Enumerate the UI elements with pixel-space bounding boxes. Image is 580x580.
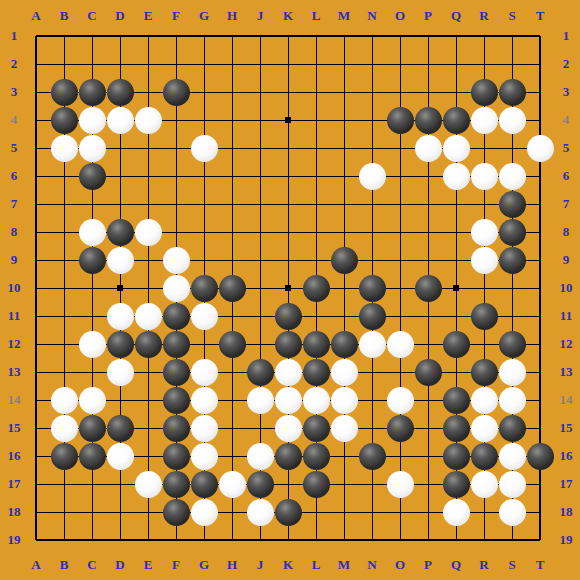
intersection-M3[interactable] [330, 78, 358, 106]
intersection-A11[interactable] [22, 302, 50, 330]
intersection-O6[interactable] [386, 162, 414, 190]
intersection-S13[interactable] [498, 358, 526, 386]
intersection-J7[interactable] [246, 190, 274, 218]
intersection-A13[interactable] [22, 358, 50, 386]
intersection-L7[interactable] [302, 190, 330, 218]
intersection-K4[interactable] [274, 106, 302, 134]
intersection-Q18[interactable] [442, 498, 470, 526]
intersection-F3[interactable] [162, 78, 190, 106]
intersection-M11[interactable] [330, 302, 358, 330]
intersection-L16[interactable] [302, 442, 330, 470]
intersection-S15[interactable] [498, 414, 526, 442]
intersection-P7[interactable] [414, 190, 442, 218]
intersection-Q1[interactable] [442, 22, 470, 50]
intersection-T19[interactable] [526, 526, 554, 554]
intersection-L6[interactable] [302, 162, 330, 190]
intersection-T11[interactable] [526, 302, 554, 330]
intersection-T2[interactable] [526, 50, 554, 78]
intersection-S10[interactable] [498, 274, 526, 302]
intersection-G12[interactable] [190, 330, 218, 358]
intersection-N10[interactable] [358, 274, 386, 302]
intersection-E2[interactable] [134, 50, 162, 78]
intersection-L4[interactable] [302, 106, 330, 134]
intersection-M13[interactable] [330, 358, 358, 386]
intersection-P2[interactable] [414, 50, 442, 78]
intersection-Q19[interactable] [442, 526, 470, 554]
intersection-D6[interactable] [106, 162, 134, 190]
intersection-C3[interactable] [78, 78, 106, 106]
intersection-E12[interactable] [134, 330, 162, 358]
intersection-B14[interactable] [50, 386, 78, 414]
intersection-C12[interactable] [78, 330, 106, 358]
intersection-R1[interactable] [470, 22, 498, 50]
intersection-J19[interactable] [246, 526, 274, 554]
intersection-D9[interactable] [106, 246, 134, 274]
intersection-Q7[interactable] [442, 190, 470, 218]
intersection-K7[interactable] [274, 190, 302, 218]
intersection-R6[interactable] [470, 162, 498, 190]
intersection-D19[interactable] [106, 526, 134, 554]
intersection-D2[interactable] [106, 50, 134, 78]
intersection-J18[interactable] [246, 498, 274, 526]
intersection-H6[interactable] [218, 162, 246, 190]
intersection-H11[interactable] [218, 302, 246, 330]
intersection-D17[interactable] [106, 470, 134, 498]
intersection-J13[interactable] [246, 358, 274, 386]
intersection-K15[interactable] [274, 414, 302, 442]
intersection-Q15[interactable] [442, 414, 470, 442]
intersection-C11[interactable] [78, 302, 106, 330]
intersection-R12[interactable] [470, 330, 498, 358]
intersection-Q9[interactable] [442, 246, 470, 274]
intersection-Q6[interactable] [442, 162, 470, 190]
intersection-O13[interactable] [386, 358, 414, 386]
intersection-N1[interactable] [358, 22, 386, 50]
intersection-A17[interactable] [22, 470, 50, 498]
intersection-D5[interactable] [106, 134, 134, 162]
intersection-M12[interactable] [330, 330, 358, 358]
intersection-Q4[interactable] [442, 106, 470, 134]
intersection-O10[interactable] [386, 274, 414, 302]
intersection-J12[interactable] [246, 330, 274, 358]
intersection-S3[interactable] [498, 78, 526, 106]
intersection-H13[interactable] [218, 358, 246, 386]
intersection-N7[interactable] [358, 190, 386, 218]
intersection-S17[interactable] [498, 470, 526, 498]
intersection-P13[interactable] [414, 358, 442, 386]
intersection-M5[interactable] [330, 134, 358, 162]
intersection-S2[interactable] [498, 50, 526, 78]
intersection-C16[interactable] [78, 442, 106, 470]
intersection-N6[interactable] [358, 162, 386, 190]
intersection-L8[interactable] [302, 218, 330, 246]
intersection-J17[interactable] [246, 470, 274, 498]
intersection-L19[interactable] [302, 526, 330, 554]
intersection-B12[interactable] [50, 330, 78, 358]
intersection-M16[interactable] [330, 442, 358, 470]
intersection-O4[interactable] [386, 106, 414, 134]
intersection-J1[interactable] [246, 22, 274, 50]
intersection-A10[interactable] [22, 274, 50, 302]
intersection-B19[interactable] [50, 526, 78, 554]
intersection-C2[interactable] [78, 50, 106, 78]
intersection-R17[interactable] [470, 470, 498, 498]
intersection-B2[interactable] [50, 50, 78, 78]
intersection-Q13[interactable] [442, 358, 470, 386]
intersection-A6[interactable] [22, 162, 50, 190]
intersection-E7[interactable] [134, 190, 162, 218]
intersection-M9[interactable] [330, 246, 358, 274]
intersection-P17[interactable] [414, 470, 442, 498]
intersection-D13[interactable] [106, 358, 134, 386]
intersection-J2[interactable] [246, 50, 274, 78]
intersection-E9[interactable] [134, 246, 162, 274]
intersection-T9[interactable] [526, 246, 554, 274]
intersection-K14[interactable] [274, 386, 302, 414]
intersection-G3[interactable] [190, 78, 218, 106]
intersection-T6[interactable] [526, 162, 554, 190]
intersection-N3[interactable] [358, 78, 386, 106]
intersection-J10[interactable] [246, 274, 274, 302]
intersection-A16[interactable] [22, 442, 50, 470]
intersection-O1[interactable] [386, 22, 414, 50]
intersection-H5[interactable] [218, 134, 246, 162]
intersection-D8[interactable] [106, 218, 134, 246]
intersection-G9[interactable] [190, 246, 218, 274]
intersection-K12[interactable] [274, 330, 302, 358]
intersection-D7[interactable] [106, 190, 134, 218]
intersection-L3[interactable] [302, 78, 330, 106]
intersection-T8[interactable] [526, 218, 554, 246]
intersection-O16[interactable] [386, 442, 414, 470]
intersection-M7[interactable] [330, 190, 358, 218]
intersection-P11[interactable] [414, 302, 442, 330]
intersection-M14[interactable] [330, 386, 358, 414]
intersection-H10[interactable] [218, 274, 246, 302]
intersection-F19[interactable] [162, 526, 190, 554]
intersection-R15[interactable] [470, 414, 498, 442]
intersection-S16[interactable] [498, 442, 526, 470]
intersection-G7[interactable] [190, 190, 218, 218]
intersection-B11[interactable] [50, 302, 78, 330]
intersection-N14[interactable] [358, 386, 386, 414]
intersection-F18[interactable] [162, 498, 190, 526]
intersection-J4[interactable] [246, 106, 274, 134]
intersection-F14[interactable] [162, 386, 190, 414]
intersection-O2[interactable] [386, 50, 414, 78]
intersection-P9[interactable] [414, 246, 442, 274]
intersection-H16[interactable] [218, 442, 246, 470]
intersection-H2[interactable] [218, 50, 246, 78]
intersection-H15[interactable] [218, 414, 246, 442]
intersection-O12[interactable] [386, 330, 414, 358]
intersection-N8[interactable] [358, 218, 386, 246]
intersection-K6[interactable] [274, 162, 302, 190]
intersection-B3[interactable] [50, 78, 78, 106]
intersection-T14[interactable] [526, 386, 554, 414]
intersection-H9[interactable] [218, 246, 246, 274]
intersection-Q16[interactable] [442, 442, 470, 470]
intersection-D16[interactable] [106, 442, 134, 470]
intersection-A1[interactable] [22, 22, 50, 50]
intersection-O3[interactable] [386, 78, 414, 106]
intersection-F8[interactable] [162, 218, 190, 246]
intersection-A18[interactable] [22, 498, 50, 526]
intersection-K11[interactable] [274, 302, 302, 330]
intersection-F17[interactable] [162, 470, 190, 498]
intersection-D14[interactable] [106, 386, 134, 414]
intersection-J9[interactable] [246, 246, 274, 274]
intersection-T17[interactable] [526, 470, 554, 498]
intersection-M10[interactable] [330, 274, 358, 302]
intersection-T4[interactable] [526, 106, 554, 134]
intersection-D12[interactable] [106, 330, 134, 358]
intersection-K18[interactable] [274, 498, 302, 526]
intersection-N13[interactable] [358, 358, 386, 386]
intersection-Q5[interactable] [442, 134, 470, 162]
intersection-R5[interactable] [470, 134, 498, 162]
intersection-T15[interactable] [526, 414, 554, 442]
intersection-R4[interactable] [470, 106, 498, 134]
intersection-A5[interactable] [22, 134, 50, 162]
intersection-A3[interactable] [22, 78, 50, 106]
intersection-A19[interactable] [22, 526, 50, 554]
intersection-F4[interactable] [162, 106, 190, 134]
intersection-P3[interactable] [414, 78, 442, 106]
intersection-R13[interactable] [470, 358, 498, 386]
intersection-B9[interactable] [50, 246, 78, 274]
intersection-C13[interactable] [78, 358, 106, 386]
intersection-L13[interactable] [302, 358, 330, 386]
intersection-G16[interactable] [190, 442, 218, 470]
intersection-J8[interactable] [246, 218, 274, 246]
intersection-N19[interactable] [358, 526, 386, 554]
intersection-B16[interactable] [50, 442, 78, 470]
intersection-G10[interactable] [190, 274, 218, 302]
intersection-P8[interactable] [414, 218, 442, 246]
intersection-J16[interactable] [246, 442, 274, 470]
intersection-C14[interactable] [78, 386, 106, 414]
intersection-E10[interactable] [134, 274, 162, 302]
intersection-L14[interactable] [302, 386, 330, 414]
intersection-D10[interactable] [106, 274, 134, 302]
intersection-Q3[interactable] [442, 78, 470, 106]
intersection-E17[interactable] [134, 470, 162, 498]
intersection-S19[interactable] [498, 526, 526, 554]
intersection-R3[interactable] [470, 78, 498, 106]
intersection-O15[interactable] [386, 414, 414, 442]
intersection-K17[interactable] [274, 470, 302, 498]
intersection-C17[interactable] [78, 470, 106, 498]
intersection-G11[interactable] [190, 302, 218, 330]
intersection-Q14[interactable] [442, 386, 470, 414]
intersection-L17[interactable] [302, 470, 330, 498]
intersection-R8[interactable] [470, 218, 498, 246]
intersection-D18[interactable] [106, 498, 134, 526]
intersection-F7[interactable] [162, 190, 190, 218]
intersection-K8[interactable] [274, 218, 302, 246]
intersection-R16[interactable] [470, 442, 498, 470]
intersection-P19[interactable] [414, 526, 442, 554]
intersection-D11[interactable] [106, 302, 134, 330]
intersection-S9[interactable] [498, 246, 526, 274]
intersection-P6[interactable] [414, 162, 442, 190]
intersection-A7[interactable] [22, 190, 50, 218]
intersection-P5[interactable] [414, 134, 442, 162]
intersection-O11[interactable] [386, 302, 414, 330]
intersection-R2[interactable] [470, 50, 498, 78]
intersection-B1[interactable] [50, 22, 78, 50]
intersection-P4[interactable] [414, 106, 442, 134]
intersection-S14[interactable] [498, 386, 526, 414]
intersection-B7[interactable] [50, 190, 78, 218]
intersection-E15[interactable] [134, 414, 162, 442]
intersection-L1[interactable] [302, 22, 330, 50]
intersection-L5[interactable] [302, 134, 330, 162]
intersection-P16[interactable] [414, 442, 442, 470]
intersection-K2[interactable] [274, 50, 302, 78]
intersection-L10[interactable] [302, 274, 330, 302]
intersection-P15[interactable] [414, 414, 442, 442]
intersection-D1[interactable] [106, 22, 134, 50]
intersection-G13[interactable] [190, 358, 218, 386]
intersection-F2[interactable] [162, 50, 190, 78]
intersection-D3[interactable] [106, 78, 134, 106]
intersection-A12[interactable] [22, 330, 50, 358]
intersection-S7[interactable] [498, 190, 526, 218]
intersection-T18[interactable] [526, 498, 554, 526]
intersection-H12[interactable] [218, 330, 246, 358]
intersection-O9[interactable] [386, 246, 414, 274]
intersection-T1[interactable] [526, 22, 554, 50]
intersection-L9[interactable] [302, 246, 330, 274]
intersection-T3[interactable] [526, 78, 554, 106]
intersection-L15[interactable] [302, 414, 330, 442]
intersection-R11[interactable] [470, 302, 498, 330]
intersection-N2[interactable] [358, 50, 386, 78]
intersection-O18[interactable] [386, 498, 414, 526]
intersection-B4[interactable] [50, 106, 78, 134]
intersection-M19[interactable] [330, 526, 358, 554]
intersection-G6[interactable] [190, 162, 218, 190]
intersection-D15[interactable] [106, 414, 134, 442]
intersection-N11[interactable] [358, 302, 386, 330]
intersection-R9[interactable] [470, 246, 498, 274]
intersection-M1[interactable] [330, 22, 358, 50]
intersection-N5[interactable] [358, 134, 386, 162]
intersection-R7[interactable] [470, 190, 498, 218]
intersection-C4[interactable] [78, 106, 106, 134]
intersection-G8[interactable] [190, 218, 218, 246]
intersection-F13[interactable] [162, 358, 190, 386]
intersection-L11[interactable] [302, 302, 330, 330]
intersection-O19[interactable] [386, 526, 414, 554]
intersection-M17[interactable] [330, 470, 358, 498]
intersection-B10[interactable] [50, 274, 78, 302]
intersection-E4[interactable] [134, 106, 162, 134]
intersection-O5[interactable] [386, 134, 414, 162]
intersection-D4[interactable] [106, 106, 134, 134]
intersection-P18[interactable] [414, 498, 442, 526]
intersection-S6[interactable] [498, 162, 526, 190]
intersection-S12[interactable] [498, 330, 526, 358]
intersection-N12[interactable] [358, 330, 386, 358]
intersection-A8[interactable] [22, 218, 50, 246]
intersection-Q17[interactable] [442, 470, 470, 498]
intersection-K16[interactable] [274, 442, 302, 470]
intersection-C18[interactable] [78, 498, 106, 526]
intersection-A9[interactable] [22, 246, 50, 274]
intersection-S5[interactable] [498, 134, 526, 162]
intersection-R18[interactable] [470, 498, 498, 526]
intersection-N4[interactable] [358, 106, 386, 134]
intersection-B17[interactable] [50, 470, 78, 498]
intersection-K1[interactable] [274, 22, 302, 50]
intersection-M18[interactable] [330, 498, 358, 526]
intersection-P10[interactable] [414, 274, 442, 302]
intersection-O17[interactable] [386, 470, 414, 498]
intersection-M6[interactable] [330, 162, 358, 190]
intersection-S4[interactable] [498, 106, 526, 134]
intersection-T7[interactable] [526, 190, 554, 218]
intersection-H14[interactable] [218, 386, 246, 414]
intersection-A14[interactable] [22, 386, 50, 414]
intersection-G2[interactable] [190, 50, 218, 78]
intersection-S18[interactable] [498, 498, 526, 526]
intersection-E13[interactable] [134, 358, 162, 386]
intersection-M4[interactable] [330, 106, 358, 134]
intersection-S8[interactable] [498, 218, 526, 246]
intersection-A2[interactable] [22, 50, 50, 78]
intersection-H7[interactable] [218, 190, 246, 218]
intersection-B6[interactable] [50, 162, 78, 190]
intersection-R14[interactable] [470, 386, 498, 414]
intersection-F5[interactable] [162, 134, 190, 162]
intersection-T16[interactable] [526, 442, 554, 470]
intersection-G15[interactable] [190, 414, 218, 442]
intersection-M8[interactable] [330, 218, 358, 246]
intersection-C8[interactable] [78, 218, 106, 246]
intersection-H19[interactable] [218, 526, 246, 554]
intersection-F15[interactable] [162, 414, 190, 442]
intersection-K5[interactable] [274, 134, 302, 162]
intersection-O14[interactable] [386, 386, 414, 414]
intersection-C15[interactable] [78, 414, 106, 442]
intersection-N9[interactable] [358, 246, 386, 274]
intersection-J14[interactable] [246, 386, 274, 414]
intersection-E8[interactable] [134, 218, 162, 246]
intersection-R19[interactable] [470, 526, 498, 554]
intersection-F10[interactable] [162, 274, 190, 302]
intersection-J5[interactable] [246, 134, 274, 162]
intersection-Q12[interactable] [442, 330, 470, 358]
intersection-Q2[interactable] [442, 50, 470, 78]
intersection-E18[interactable] [134, 498, 162, 526]
intersection-G14[interactable] [190, 386, 218, 414]
intersection-H1[interactable] [218, 22, 246, 50]
intersection-B15[interactable] [50, 414, 78, 442]
intersection-F9[interactable] [162, 246, 190, 274]
intersection-K19[interactable] [274, 526, 302, 554]
intersection-F12[interactable] [162, 330, 190, 358]
intersection-B13[interactable] [50, 358, 78, 386]
intersection-G1[interactable] [190, 22, 218, 50]
intersection-N17[interactable] [358, 470, 386, 498]
intersection-B18[interactable] [50, 498, 78, 526]
intersection-O8[interactable] [386, 218, 414, 246]
intersection-E1[interactable] [134, 22, 162, 50]
intersection-H8[interactable] [218, 218, 246, 246]
